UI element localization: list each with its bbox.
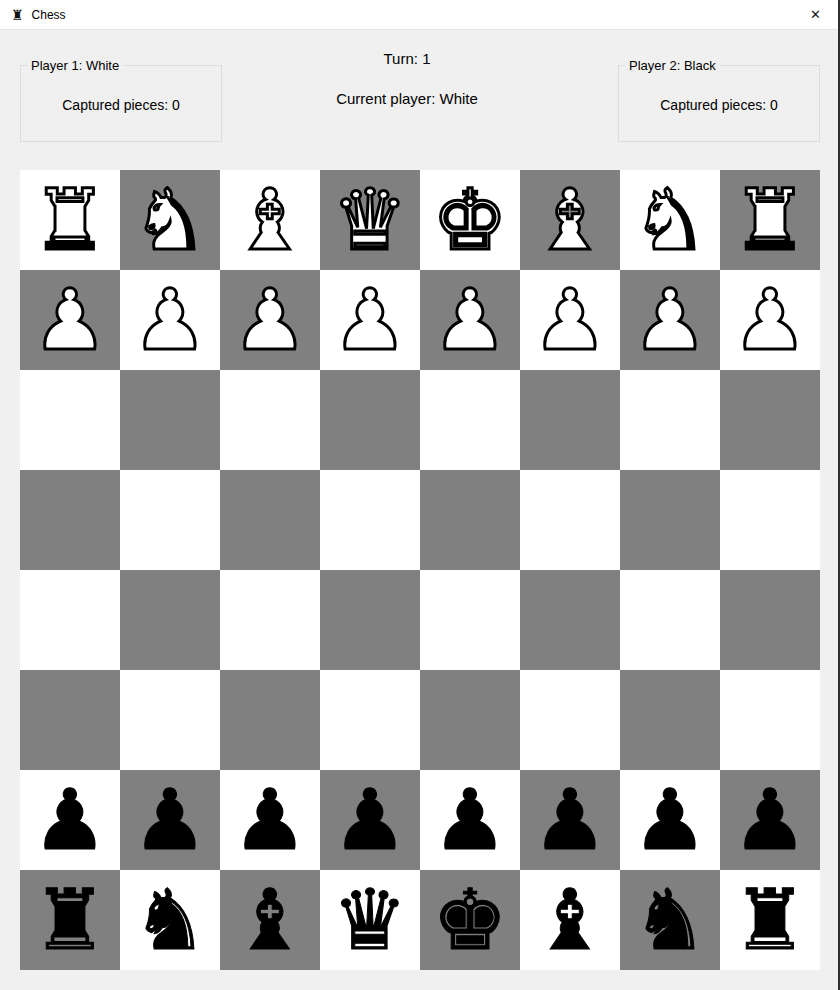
black-queen-piece: ♛	[332, 870, 407, 970]
square-e8[interactable]: ♚	[420, 870, 520, 970]
square-c8[interactable]: ♝	[220, 870, 320, 970]
white-rook-piece: ♜	[32, 170, 107, 270]
white-pawn-piece: ♟	[232, 270, 307, 370]
square-d6[interactable]	[320, 670, 420, 770]
square-e4[interactable]	[420, 470, 520, 570]
square-h6[interactable]	[720, 670, 820, 770]
square-d4[interactable]	[320, 470, 420, 570]
black-pawn-piece: ♟	[132, 770, 207, 870]
app-window: ♜ Chess ✕ Player 1: White Captured piece…	[0, 0, 840, 990]
square-g8[interactable]: ♞	[620, 870, 720, 970]
square-e3[interactable]	[420, 370, 520, 470]
square-b3[interactable]	[120, 370, 220, 470]
square-e7[interactable]: ♟	[420, 770, 520, 870]
chess-rook-app-icon: ♜	[11, 8, 24, 22]
square-e1[interactable]: ♚	[420, 170, 520, 270]
square-h1[interactable]: ♜	[720, 170, 820, 270]
square-d2[interactable]: ♟	[320, 270, 420, 370]
square-c4[interactable]	[220, 470, 320, 570]
square-g6[interactable]	[620, 670, 720, 770]
square-h2[interactable]: ♟	[720, 270, 820, 370]
square-g5[interactable]	[620, 570, 720, 670]
square-a6[interactable]	[20, 670, 120, 770]
white-pawn-piece: ♟	[432, 270, 507, 370]
square-c2[interactable]: ♟	[220, 270, 320, 370]
square-a2[interactable]: ♟	[20, 270, 120, 370]
square-b5[interactable]	[120, 570, 220, 670]
square-g4[interactable]	[620, 470, 720, 570]
player2-groupbox: Player 2: Black Captured pieces: 0	[618, 58, 820, 142]
square-c7[interactable]: ♟	[220, 770, 320, 870]
square-a8[interactable]: ♜	[20, 870, 120, 970]
white-pawn-piece: ♟	[332, 270, 407, 370]
square-f5[interactable]	[520, 570, 620, 670]
white-bishop-piece: ♝	[532, 170, 607, 270]
square-a3[interactable]	[20, 370, 120, 470]
player2-label: Player 2: Black	[625, 58, 720, 73]
square-f3[interactable]	[520, 370, 620, 470]
square-a4[interactable]	[20, 470, 120, 570]
white-queen-piece: ♛	[332, 170, 407, 270]
square-c6[interactable]	[220, 670, 320, 770]
black-pawn-piece: ♟	[32, 770, 107, 870]
black-pawn-piece: ♟	[332, 770, 407, 870]
square-b4[interactable]	[120, 470, 220, 570]
square-c1[interactable]: ♝	[220, 170, 320, 270]
player2-captured-count: Captured pieces: 0	[619, 97, 819, 113]
square-c3[interactable]	[220, 370, 320, 470]
square-f7[interactable]: ♟	[520, 770, 620, 870]
black-rook-piece: ♜	[32, 870, 107, 970]
square-f4[interactable]	[520, 470, 620, 570]
white-pawn-piece: ♟	[632, 270, 707, 370]
square-g3[interactable]	[620, 370, 720, 470]
white-pawn-piece: ♟	[32, 270, 107, 370]
black-knight-piece: ♞	[132, 870, 207, 970]
square-g1[interactable]: ♞	[620, 170, 720, 270]
black-bishop-piece: ♝	[532, 870, 607, 970]
square-e2[interactable]: ♟	[420, 270, 520, 370]
square-b6[interactable]	[120, 670, 220, 770]
white-bishop-piece: ♝	[232, 170, 307, 270]
black-pawn-piece: ♟	[532, 770, 607, 870]
close-icon: ✕	[810, 7, 821, 22]
window-title: Chess	[32, 8, 66, 22]
square-b2[interactable]: ♟	[120, 270, 220, 370]
square-h3[interactable]	[720, 370, 820, 470]
square-h4[interactable]	[720, 470, 820, 570]
square-a5[interactable]	[20, 570, 120, 670]
black-pawn-piece: ♟	[732, 770, 807, 870]
white-rook-piece: ♜	[732, 170, 807, 270]
black-pawn-piece: ♟	[632, 770, 707, 870]
square-f8[interactable]: ♝	[520, 870, 620, 970]
square-h5[interactable]	[720, 570, 820, 670]
white-knight-piece: ♞	[132, 170, 207, 270]
square-b8[interactable]: ♞	[120, 870, 220, 970]
square-g2[interactable]: ♟	[620, 270, 720, 370]
square-a1[interactable]: ♜	[20, 170, 120, 270]
square-f1[interactable]: ♝	[520, 170, 620, 270]
square-d5[interactable]	[320, 570, 420, 670]
square-c5[interactable]	[220, 570, 320, 670]
black-bishop-piece: ♝	[232, 870, 307, 970]
square-d1[interactable]: ♛	[320, 170, 420, 270]
square-f2[interactable]: ♟	[520, 270, 620, 370]
white-pawn-piece: ♟	[732, 270, 807, 370]
square-e5[interactable]	[420, 570, 520, 670]
black-pawn-piece: ♟	[432, 770, 507, 870]
square-d3[interactable]	[320, 370, 420, 470]
title-bar: ♜ Chess ✕	[0, 0, 838, 30]
square-h7[interactable]: ♟	[720, 770, 820, 870]
white-pawn-piece: ♟	[532, 270, 607, 370]
square-f6[interactable]	[520, 670, 620, 770]
black-knight-piece: ♞	[632, 870, 707, 970]
square-b1[interactable]: ♞	[120, 170, 220, 270]
square-b7[interactable]: ♟	[120, 770, 220, 870]
square-a7[interactable]: ♟	[20, 770, 120, 870]
black-pawn-piece: ♟	[232, 770, 307, 870]
close-button[interactable]: ✕	[793, 0, 838, 29]
square-d7[interactable]: ♟	[320, 770, 420, 870]
chess-board: ♜♞♝♛♚♝♞♜♟♟♟♟♟♟♟♟♟♟♟♟♟♟♟♟♜♞♝♛♚♝♞♜	[20, 170, 820, 970]
square-d8[interactable]: ♛	[320, 870, 420, 970]
black-rook-piece: ♜	[732, 870, 807, 970]
square-g7[interactable]: ♟	[620, 770, 720, 870]
black-king-piece: ♚	[432, 870, 507, 970]
square-h8[interactable]: ♜	[720, 870, 820, 970]
white-pawn-piece: ♟	[132, 270, 207, 370]
white-king-piece: ♚	[432, 170, 507, 270]
square-e6[interactable]	[420, 670, 520, 770]
white-knight-piece: ♞	[632, 170, 707, 270]
